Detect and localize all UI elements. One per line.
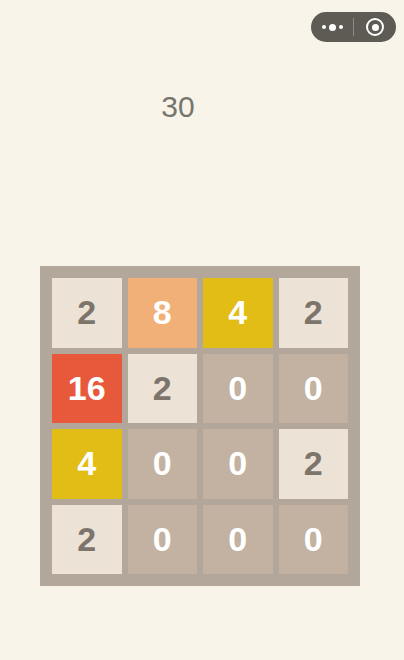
wechat-capsule <box>311 12 396 42</box>
tile-r2c0: 4 <box>52 429 122 499</box>
board[interactable]: 28421620040022000 <box>40 266 360 586</box>
tile-r0c1: 8 <box>128 278 198 348</box>
tile-r2c2: 0 <box>203 429 273 499</box>
tile-r0c2: 4 <box>203 278 273 348</box>
tile-r1c1: 2 <box>128 354 198 424</box>
more-button[interactable] <box>311 12 353 42</box>
score-value: 30 <box>0 90 356 124</box>
tile-r0c3: 2 <box>279 278 349 348</box>
more-dots-icon <box>322 24 343 31</box>
tile-r3c2: 0 <box>203 505 273 575</box>
exit-target-icon <box>366 18 384 36</box>
tile-r3c0: 2 <box>52 505 122 575</box>
tile-r1c0: 16 <box>52 354 122 424</box>
tile-r1c2: 0 <box>203 354 273 424</box>
exit-button[interactable] <box>354 12 396 42</box>
tile-r3c1: 0 <box>128 505 198 575</box>
tile-r3c3: 0 <box>279 505 349 575</box>
tile-r0c0: 2 <box>52 278 122 348</box>
tile-r1c3: 0 <box>279 354 349 424</box>
tile-r2c3: 2 <box>279 429 349 499</box>
tile-r2c1: 0 <box>128 429 198 499</box>
